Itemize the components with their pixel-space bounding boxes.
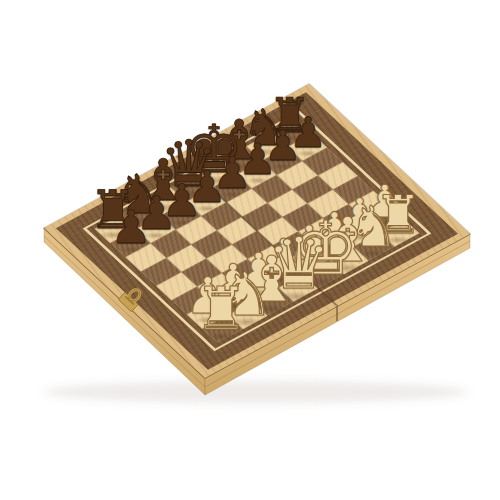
piece-black-pawn-a7[interactable]: ♟ [101, 204, 161, 250]
product-photo-scene: ♜♞♝♛♚♝♞♜♟♟♟♟♟♟♟♟♟♟♟♟♟♟♟♟♜♞♝♛♚♝♞♜ [0, 0, 500, 500]
brass-latch-icon [118, 284, 145, 311]
piece-white-rook-a1[interactable]: ♜ [191, 279, 251, 338]
pawn-icon: ♟ [111, 204, 152, 250]
rook-icon: ♜ [195, 279, 248, 338]
